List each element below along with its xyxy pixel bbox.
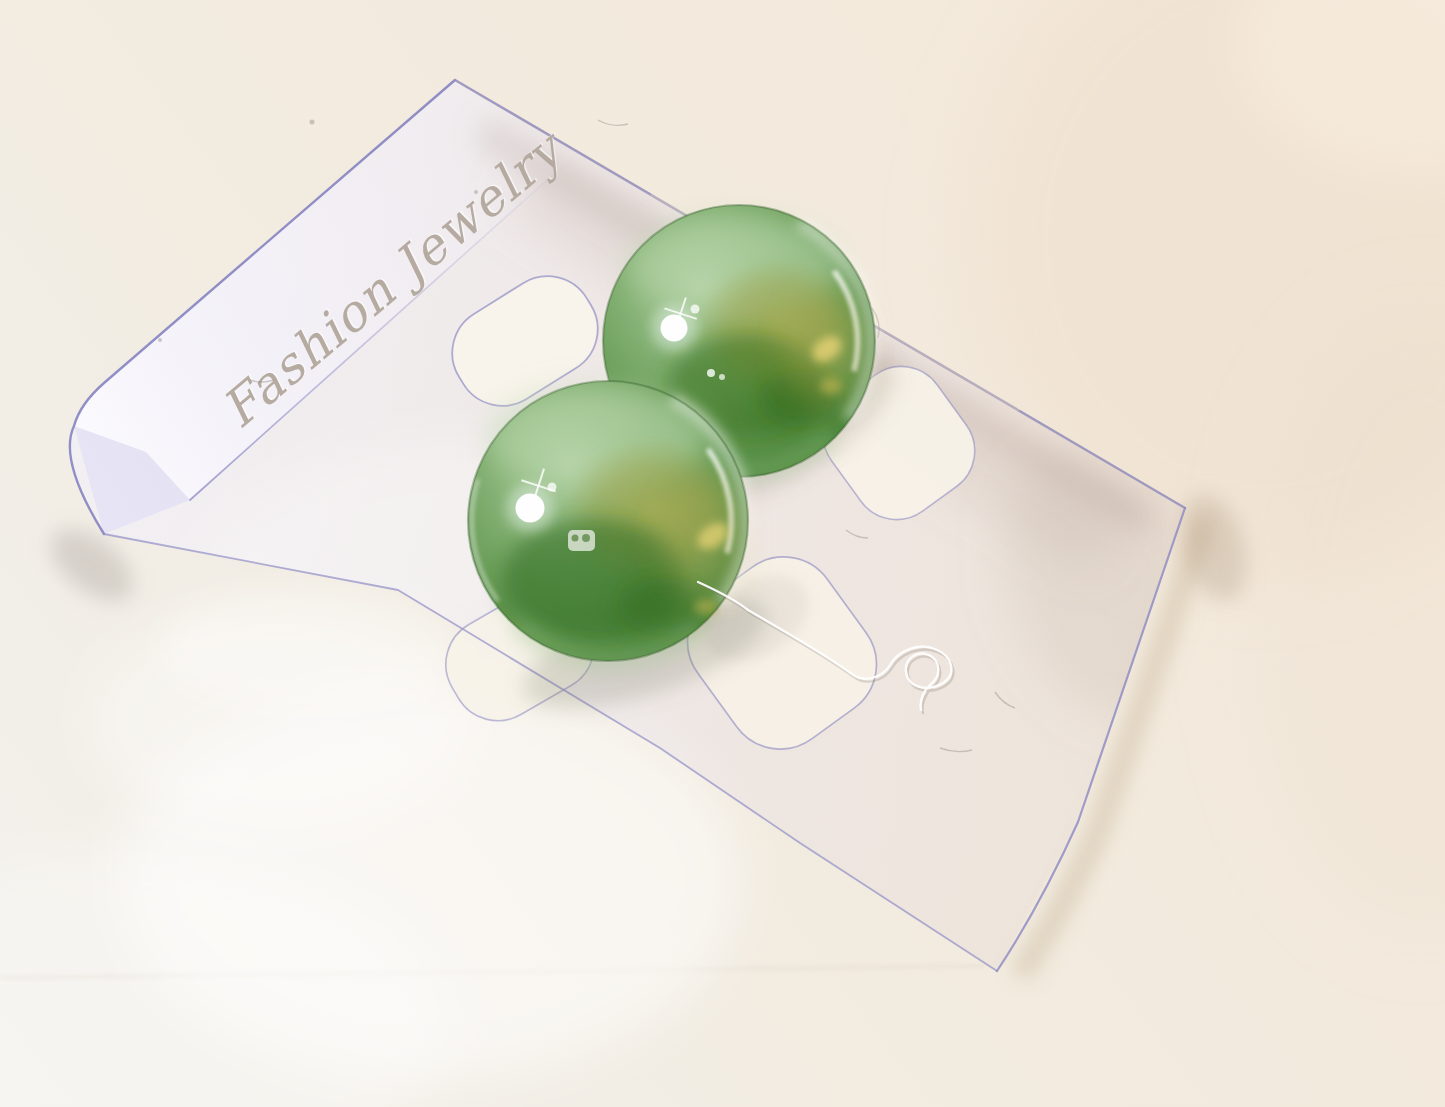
- earring-left: [468, 381, 748, 661]
- window-reflection-dot: [582, 534, 590, 542]
- window-reflection: [568, 530, 595, 551]
- specular-highlight: [661, 315, 688, 342]
- photo: Fashion Jewelry Fashion Jewelry: [0, 0, 1445, 1107]
- photo-canvas: Fashion Jewelry Fashion Jewelry: [0, 0, 1445, 1107]
- speck: [310, 120, 315, 125]
- specular-highlight: [516, 494, 545, 523]
- specular-dot-3: [719, 374, 725, 380]
- specular-dot: [691, 305, 700, 314]
- specular-dot: [548, 483, 557, 492]
- speck: [158, 338, 162, 342]
- speck: [474, 190, 478, 194]
- specular-dot-2: [707, 369, 715, 377]
- window-reflection-dot: [572, 535, 579, 542]
- window-reflection-pane: [568, 530, 595, 551]
- sheen-blob-3: [160, 588, 460, 708]
- dome-gold-glint-2: [820, 378, 842, 394]
